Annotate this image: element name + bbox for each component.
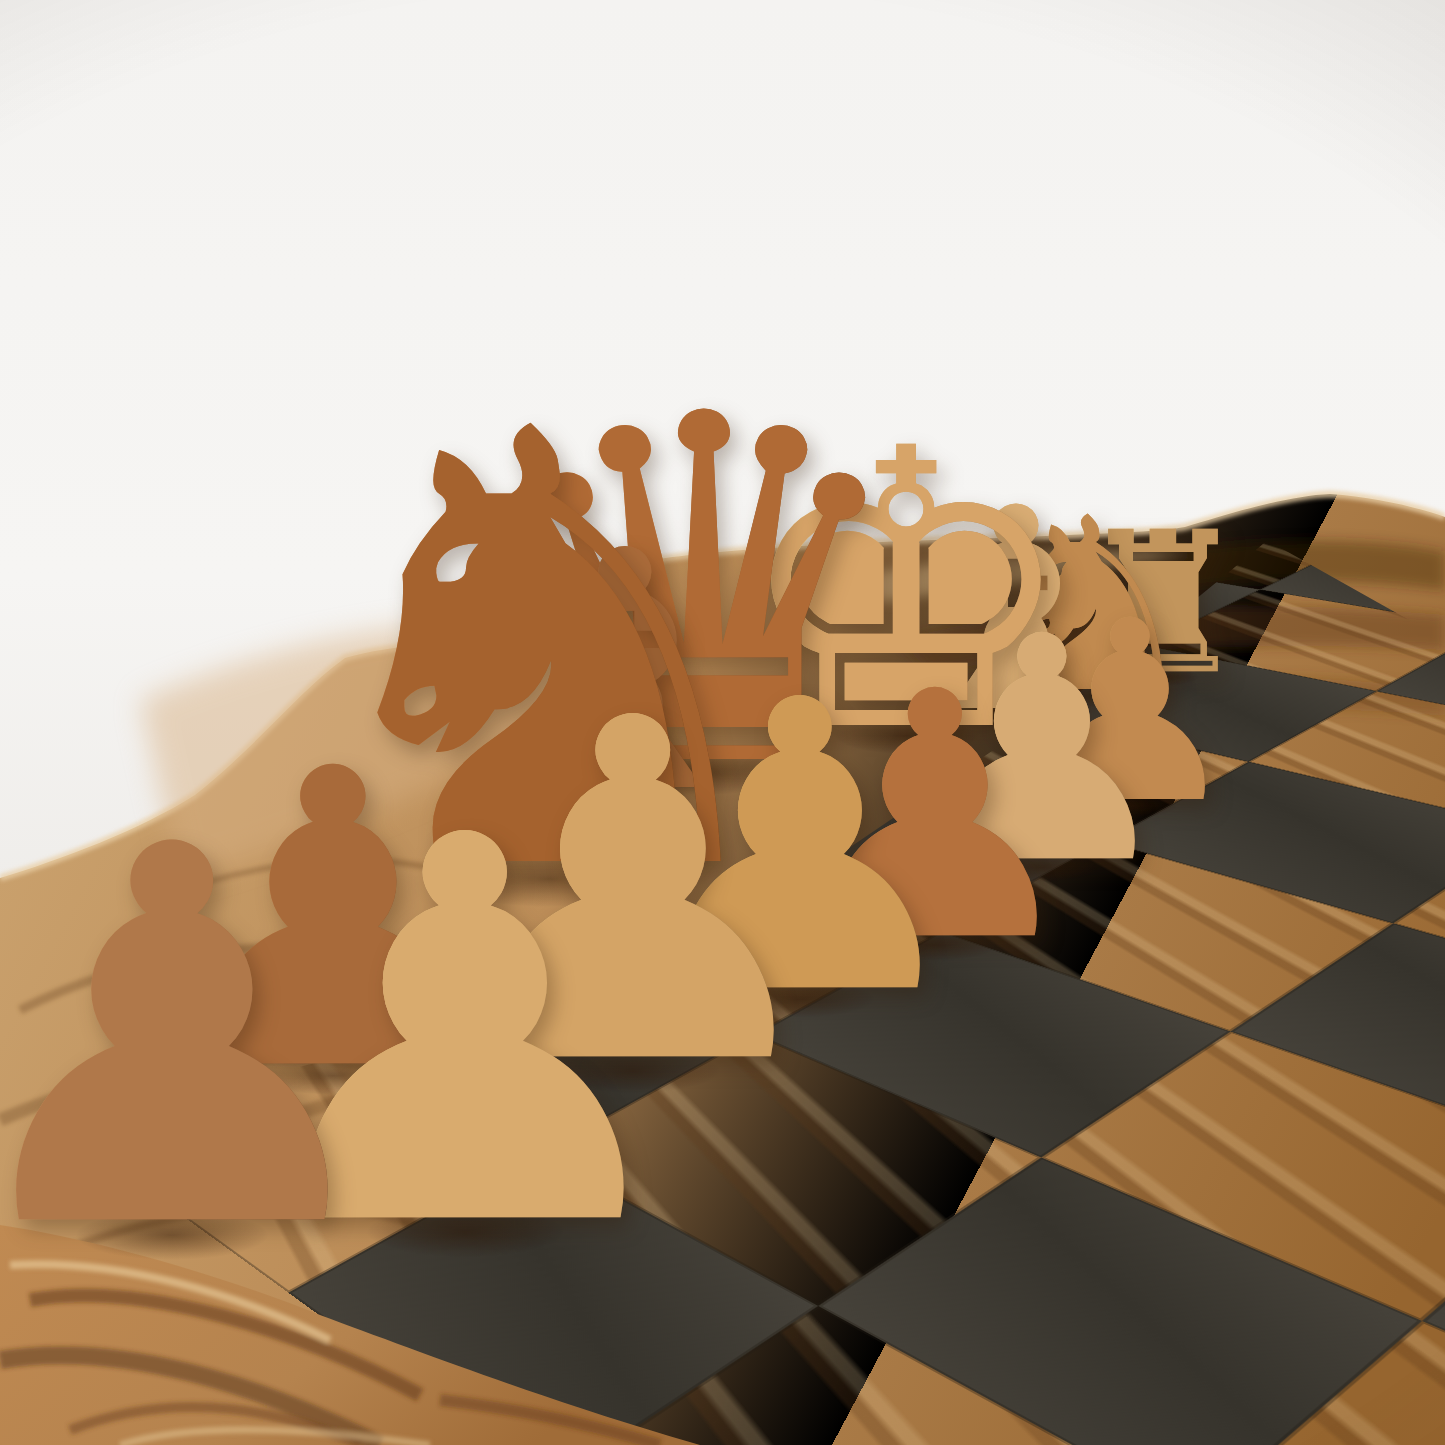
photo-stage: ♜♞♝♚♛♝♟♟♞♟♟♟♟♟♟ xyxy=(0,0,1445,1445)
